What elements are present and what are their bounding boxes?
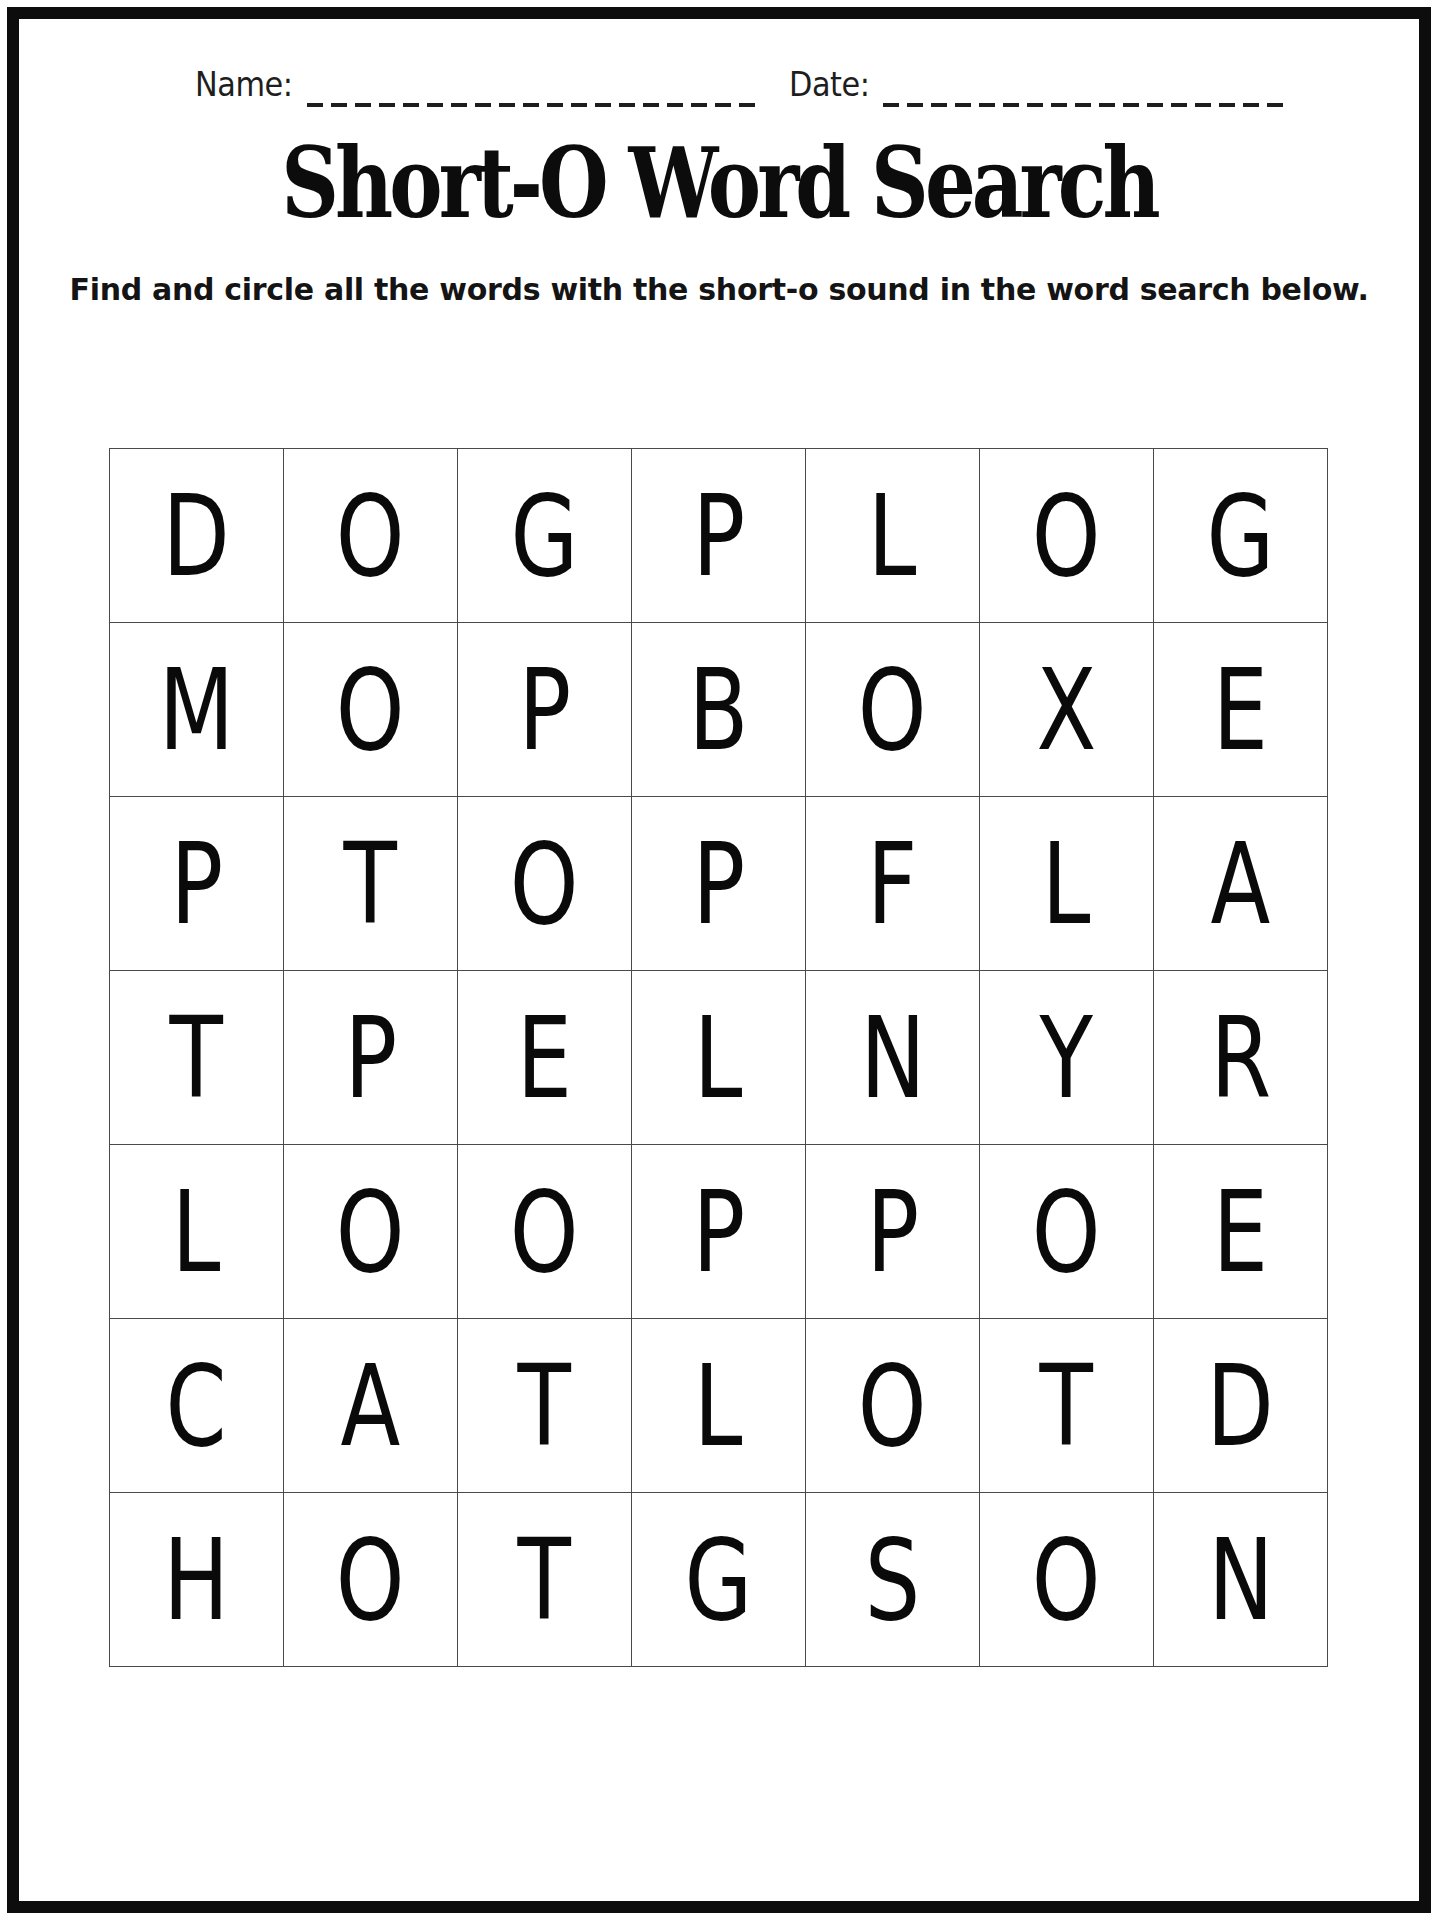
grid-letter: C bbox=[166, 1350, 227, 1462]
grid-letter: O bbox=[336, 1524, 405, 1636]
grid-cell-r1c3[interactable]: G bbox=[458, 449, 632, 623]
grid-cell-r5c1[interactable]: L bbox=[110, 1145, 284, 1319]
grid-cell-r2c4[interactable]: B bbox=[632, 623, 806, 797]
grid-cell-r7c7[interactable]: N bbox=[1154, 1493, 1328, 1667]
grid-cell-r3c2[interactable]: T bbox=[284, 797, 458, 971]
grid-letter: O bbox=[336, 654, 405, 766]
grid-cell-r6c7[interactable]: D bbox=[1154, 1319, 1328, 1493]
grid-letter: O bbox=[1032, 480, 1101, 592]
grid-cell-r2c1[interactable]: M bbox=[110, 623, 284, 797]
grid-cell-r4c5[interactable]: N bbox=[806, 971, 980, 1145]
grid-letter: L bbox=[868, 480, 917, 592]
grid-letter: O bbox=[510, 1176, 579, 1288]
grid-letter: T bbox=[170, 1002, 223, 1114]
grid-cell-r2c6[interactable]: X bbox=[980, 623, 1154, 797]
grid-cell-r7c2[interactable]: O bbox=[284, 1493, 458, 1667]
grid-letter: T bbox=[1040, 1350, 1093, 1462]
grid-cell-r6c2[interactable]: A bbox=[284, 1319, 458, 1493]
grid-letter: P bbox=[692, 1176, 745, 1288]
grid-cell-r3c6[interactable]: L bbox=[980, 797, 1154, 971]
grid-cell-r6c1[interactable]: C bbox=[110, 1319, 284, 1493]
grid-letter: O bbox=[510, 828, 579, 940]
grid-letter: P bbox=[692, 828, 745, 940]
grid-letter: N bbox=[860, 1002, 925, 1114]
grid-letter: L bbox=[694, 1350, 743, 1462]
grid-letter: T bbox=[518, 1350, 571, 1462]
grid-letter: O bbox=[1032, 1524, 1101, 1636]
grid-cell-r6c3[interactable]: T bbox=[458, 1319, 632, 1493]
grid-cell-r5c7[interactable]: E bbox=[1154, 1145, 1328, 1319]
grid-cell-r5c4[interactable]: P bbox=[632, 1145, 806, 1319]
grid-letter: O bbox=[1032, 1176, 1101, 1288]
word-search-grid: DOGPLOGMOPBOXEPTOPFLATPELNYRLOOPPOECATLO… bbox=[109, 448, 1328, 1667]
grid-cell-r1c6[interactable]: O bbox=[980, 449, 1154, 623]
grid-letter: L bbox=[1042, 828, 1091, 940]
name-date-row: Name: Date: bbox=[0, 64, 1438, 107]
grid-cell-r2c2[interactable]: O bbox=[284, 623, 458, 797]
grid-letter: A bbox=[341, 1350, 401, 1462]
grid-letter: X bbox=[1037, 654, 1097, 766]
grid-letter: D bbox=[163, 480, 230, 592]
grid-letter: P bbox=[692, 480, 745, 592]
grid-cell-r3c5[interactable]: F bbox=[806, 797, 980, 971]
grid-letter: G bbox=[1207, 480, 1275, 592]
grid-cell-r1c2[interactable]: O bbox=[284, 449, 458, 623]
grid-letter: A bbox=[1211, 828, 1271, 940]
grid-letter: P bbox=[518, 654, 571, 766]
grid-cell-r4c3[interactable]: E bbox=[458, 971, 632, 1145]
grid-cell-r3c4[interactable]: P bbox=[632, 797, 806, 971]
grid-cell-r5c3[interactable]: O bbox=[458, 1145, 632, 1319]
grid-letter: O bbox=[336, 480, 405, 592]
grid-cell-r3c1[interactable]: P bbox=[110, 797, 284, 971]
grid-cell-r1c5[interactable]: L bbox=[806, 449, 980, 623]
grid-letter: E bbox=[517, 1002, 572, 1114]
grid-letter: M bbox=[159, 654, 234, 766]
grid-cell-r3c7[interactable]: A bbox=[1154, 797, 1328, 971]
grid-cell-r7c5[interactable]: S bbox=[806, 1493, 980, 1667]
grid-cell-r7c3[interactable]: T bbox=[458, 1493, 632, 1667]
grid-letter: D bbox=[1207, 1350, 1274, 1462]
grid-cell-r5c6[interactable]: O bbox=[980, 1145, 1154, 1319]
grid-letter: P bbox=[866, 1176, 919, 1288]
grid-cell-r6c6[interactable]: T bbox=[980, 1319, 1154, 1493]
grid-cell-r4c7[interactable]: R bbox=[1154, 971, 1328, 1145]
grid-cell-r7c6[interactable]: O bbox=[980, 1493, 1154, 1667]
grid-letter: Y bbox=[1040, 1002, 1093, 1114]
grid-letter: P bbox=[170, 828, 223, 940]
grid-cell-r4c4[interactable]: L bbox=[632, 971, 806, 1145]
date-label: Date: bbox=[789, 64, 870, 107]
grid-letter: O bbox=[858, 1350, 927, 1462]
grid-letter: E bbox=[1213, 654, 1268, 766]
grid-cell-r4c1[interactable]: T bbox=[110, 971, 284, 1145]
grid-letter: G bbox=[685, 1524, 753, 1636]
grid-letter: T bbox=[344, 828, 397, 940]
grid-letter: R bbox=[1210, 1002, 1271, 1114]
grid-letter: E bbox=[1213, 1176, 1268, 1288]
grid-cell-r6c5[interactable]: O bbox=[806, 1319, 980, 1493]
grid-cell-r5c2[interactable]: O bbox=[284, 1145, 458, 1319]
grid-cell-r3c3[interactable]: O bbox=[458, 797, 632, 971]
grid-letter: F bbox=[867, 828, 917, 940]
date-fill-in-line[interactable] bbox=[883, 67, 1289, 107]
grid-cell-r6c4[interactable]: L bbox=[632, 1319, 806, 1493]
grid-cell-r5c5[interactable]: P bbox=[806, 1145, 980, 1319]
grid-letter: O bbox=[336, 1176, 405, 1288]
grid-cell-r4c6[interactable]: Y bbox=[980, 971, 1154, 1145]
grid-cell-r2c5[interactable]: O bbox=[806, 623, 980, 797]
grid-letter: L bbox=[172, 1176, 221, 1288]
grid-letter: S bbox=[865, 1524, 920, 1636]
grid-letter: B bbox=[689, 654, 749, 766]
grid-letter: P bbox=[344, 1002, 397, 1114]
grid-letter: N bbox=[1208, 1524, 1273, 1636]
grid-cell-r2c3[interactable]: P bbox=[458, 623, 632, 797]
instructions: Find and circle all the words with the s… bbox=[0, 272, 1438, 307]
grid-cell-r2c7[interactable]: E bbox=[1154, 623, 1328, 797]
grid-cell-r7c4[interactable]: G bbox=[632, 1493, 806, 1667]
name-label: Name: bbox=[195, 64, 293, 107]
grid-cell-r7c1[interactable]: H bbox=[110, 1493, 284, 1667]
grid-cell-r1c7[interactable]: G bbox=[1154, 449, 1328, 623]
grid-letter: O bbox=[858, 654, 927, 766]
grid-letter: G bbox=[511, 480, 579, 592]
grid-cell-r1c1[interactable]: D bbox=[110, 449, 284, 623]
grid-cell-r1c4[interactable]: P bbox=[632, 449, 806, 623]
name-fill-in-line[interactable] bbox=[307, 67, 759, 107]
grid-letter: L bbox=[694, 1002, 743, 1114]
grid-letter: H bbox=[164, 1524, 230, 1636]
grid-letter: T bbox=[518, 1524, 571, 1636]
page-title: Short-O Word Search bbox=[0, 124, 1438, 241]
grid-cell-r4c2[interactable]: P bbox=[284, 971, 458, 1145]
